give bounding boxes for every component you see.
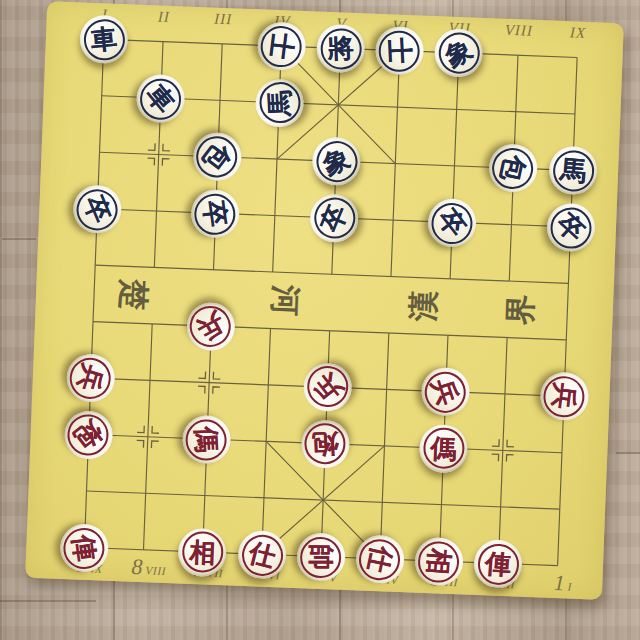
piece-character: 象 — [441, 35, 476, 70]
piece-character: 傌 — [430, 435, 457, 462]
river-character: 楚 — [112, 278, 155, 311]
bottom-file-number: 8 — [131, 554, 143, 579]
piece-character: 將 — [327, 35, 354, 62]
piece-character: 俥 — [485, 549, 513, 577]
piece-character: 象 — [319, 144, 353, 178]
bottom-file-roman: I — [567, 581, 572, 593]
piece-red-general[interactable]: 帥 — [297, 532, 345, 580]
piece-character: 包 — [200, 139, 236, 175]
top-file-label: III — [214, 11, 233, 29]
river-character: 河 — [263, 284, 306, 317]
piece-character: 仕 — [246, 538, 278, 570]
piece-character: 相 — [425, 547, 453, 575]
piece-character: 車 — [143, 80, 180, 117]
piece-character: 卒 — [552, 209, 589, 246]
piece-character: 卒 — [317, 201, 351, 235]
river-character: 漢 — [402, 290, 445, 323]
piece-character: 卒 — [201, 199, 230, 228]
photo-background: { "game": "Xiangqi (Chinese chess), over… — [0, 0, 640, 640]
piece-character: 俥 — [70, 533, 99, 562]
piece-character: 馬 — [266, 89, 293, 116]
bottom-file-label: 8VIII — [131, 554, 166, 581]
floor-plank-seam — [2, 238, 36, 240]
piece-character: 兵 — [75, 362, 108, 395]
bottom-file-number: 1 — [553, 570, 565, 595]
piece-character: 士 — [267, 32, 296, 61]
top-file-label: II — [158, 8, 171, 25]
top-file-label: IX — [570, 24, 587, 42]
piece-character: 兵 — [550, 382, 579, 411]
piece-character: 炮 — [312, 430, 339, 457]
top-file-label: VIII — [504, 22, 533, 40]
piece-character: 卒 — [434, 204, 470, 240]
piece-character: 帥 — [308, 544, 334, 570]
piece-character: 車 — [90, 25, 118, 53]
piece-character: 仕 — [365, 543, 396, 574]
bottom-file-label: 1I — [553, 570, 572, 597]
piece-character: 相 — [189, 539, 216, 566]
river-character: 界 — [499, 293, 542, 326]
piece-character: 炮 — [70, 416, 106, 452]
piece-character: 包 — [498, 153, 529, 184]
piece-character: 傌 — [193, 425, 220, 452]
piece-character: 兵 — [194, 309, 229, 344]
piece-character: 士 — [386, 37, 413, 64]
floor-plank-seam — [616, 452, 640, 454]
piece-character: 卒 — [80, 192, 114, 226]
floor-plank-seam — [0, 600, 96, 602]
piece-character: 馬 — [559, 156, 587, 184]
xiangqi-board: IIIIIIIVVVIVIIVIIIIX 9IX8VIII7VII6VI5V4I… — [25, 1, 624, 600]
piece-character: 兵 — [429, 375, 462, 408]
piece-character: 兵 — [309, 369, 345, 405]
bottom-file-roman: VIII — [145, 564, 166, 577]
